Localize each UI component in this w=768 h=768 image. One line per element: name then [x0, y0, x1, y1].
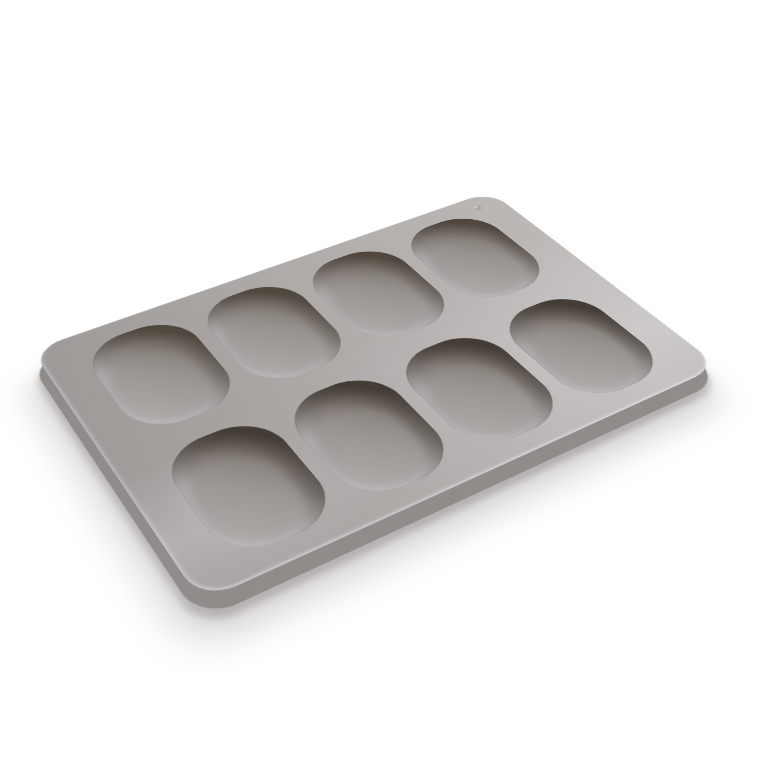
- cavity-r2c2: [276, 369, 464, 506]
- photo-canvas: [0, 0, 768, 768]
- tray-top-surface: [32, 191, 720, 602]
- cavity-r2c1: [155, 414, 345, 564]
- mold-tray: [32, 191, 720, 602]
- cavity-grid: [32, 191, 720, 602]
- cavity-r2c4: [491, 289, 673, 405]
